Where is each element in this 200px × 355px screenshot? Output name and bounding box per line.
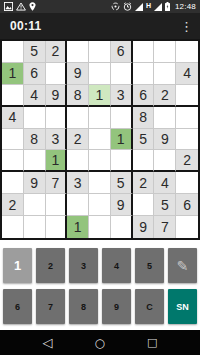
cell-r6c1[interactable]: 9 <box>24 172 46 194</box>
cell-r5c3[interactable] <box>67 150 89 172</box>
warning-icon <box>16 2 26 11</box>
cell-r1c4[interactable] <box>89 63 111 85</box>
cell-r1c2[interactable] <box>46 63 68 85</box>
cell-r1c6[interactable] <box>133 63 155 85</box>
cell-r5c0[interactable] <box>2 150 24 172</box>
cell-r0c6[interactable] <box>133 41 155 63</box>
cell-r5c8[interactable]: 2 <box>176 150 198 172</box>
back-icon[interactable]: ◁ <box>43 336 53 349</box>
keypad-row-1: 12345✎ <box>3 248 197 283</box>
cell-r6c5[interactable]: 5 <box>111 172 133 194</box>
cell-r7c8[interactable]: 6 <box>176 194 198 216</box>
cell-r6c4[interactable] <box>89 172 111 194</box>
cell-r4c1[interactable]: 8 <box>24 129 46 151</box>
cell-r7c4[interactable] <box>89 194 111 216</box>
cell-r2c5[interactable]: 3 <box>111 85 133 107</box>
cell-r5c6[interactable] <box>133 150 155 172</box>
number-keypad: 12345✎ 6789CSN <box>0 240 200 324</box>
cell-r5c4[interactable] <box>89 150 111 172</box>
signal-icon <box>135 3 143 11</box>
cell-r4c5[interactable]: 1 <box>111 129 133 151</box>
cell-r0c8[interactable] <box>176 41 198 63</box>
cell-r1c0[interactable]: 1 <box>2 63 24 85</box>
cell-r8c2[interactable] <box>46 216 68 238</box>
cell-r3c1[interactable] <box>24 107 46 129</box>
cell-r7c1[interactable] <box>24 194 46 216</box>
cell-r7c0[interactable]: 2 <box>2 194 24 216</box>
overflow-menu-icon[interactable]: ⋮ <box>180 20 193 33</box>
key-7[interactable]: 7 <box>36 289 65 324</box>
sudoku-board: 5261694498136248832159129735242956197 <box>0 39 200 240</box>
cell-r2c7[interactable]: 2 <box>154 85 176 107</box>
cell-r7c6[interactable] <box>133 194 155 216</box>
cell-r1c3[interactable]: 9 <box>67 63 89 85</box>
cell-r5c2[interactable]: 1 <box>46 150 68 172</box>
cell-r7c2[interactable] <box>46 194 68 216</box>
cell-r6c7[interactable]: 4 <box>154 172 176 194</box>
cell-r4c0[interactable] <box>2 129 24 151</box>
cell-r2c3[interactable]: 8 <box>67 85 89 107</box>
key-6[interactable]: 6 <box>3 289 32 324</box>
cell-r3c8[interactable] <box>176 107 198 129</box>
cell-r2c1[interactable]: 4 <box>24 85 46 107</box>
game-timer: 00:11 <box>10 19 42 33</box>
cell-r2c6[interactable]: 6 <box>133 85 155 107</box>
cell-r8c7[interactable]: 7 <box>154 216 176 238</box>
network-type-label: H <box>146 2 151 9</box>
keypad-row-2: 6789CSN <box>3 289 197 324</box>
cell-r5c7[interactable] <box>154 150 176 172</box>
cell-r1c5[interactable] <box>111 63 133 85</box>
home-icon[interactable]: ○ <box>95 337 105 349</box>
cell-r0c2[interactable]: 2 <box>46 41 68 63</box>
pin-icon <box>29 2 36 11</box>
cell-r1c8[interactable]: 4 <box>176 63 198 85</box>
key-2[interactable]: 2 <box>36 248 65 283</box>
key-5[interactable]: 5 <box>135 248 164 283</box>
cell-r0c7[interactable] <box>154 41 176 63</box>
cell-r3c3[interactable] <box>67 107 89 129</box>
app-bar: 00:11 ⋮ <box>0 13 200 39</box>
cell-r6c0[interactable] <box>2 172 24 194</box>
cell-r1c1[interactable]: 6 <box>24 63 46 85</box>
key-1[interactable]: 1 <box>3 248 32 283</box>
cell-r0c5[interactable]: 6 <box>111 41 133 63</box>
status-bar-right: H 12:48 <box>111 2 196 11</box>
cell-r1c7[interactable] <box>154 63 176 85</box>
cell-r4c4[interactable] <box>89 129 111 151</box>
cell-r8c0[interactable] <box>2 216 24 238</box>
key-8[interactable]: 8 <box>69 289 98 324</box>
cell-r8c4[interactable] <box>89 216 111 238</box>
data-saver-icon <box>111 2 120 11</box>
clock-text: 12:48 <box>175 2 196 11</box>
cell-r3c2[interactable] <box>46 107 68 129</box>
cell-r3c0[interactable]: 4 <box>2 107 24 129</box>
cell-r6c6[interactable]: 2 <box>133 172 155 194</box>
alarm-icon <box>123 2 132 11</box>
cell-r4c6[interactable]: 5 <box>133 129 155 151</box>
cell-r2c4[interactable]: 1 <box>89 85 111 107</box>
cell-r5c5[interactable] <box>111 150 133 172</box>
cell-r7c5[interactable]: 9 <box>111 194 133 216</box>
key-9[interactable]: 9 <box>102 289 131 324</box>
cell-r6c3[interactable]: 3 <box>67 172 89 194</box>
cell-r0c3[interactable] <box>67 41 89 63</box>
cell-r8c6[interactable]: 9 <box>133 216 155 238</box>
cell-r5c1[interactable] <box>24 150 46 172</box>
cell-r0c0[interactable] <box>2 41 24 63</box>
cell-r4c8[interactable] <box>176 129 198 151</box>
cell-r2c2[interactable]: 9 <box>46 85 68 107</box>
cell-r6c8[interactable] <box>176 172 198 194</box>
cell-r3c4[interactable] <box>89 107 111 129</box>
cell-r3c5[interactable] <box>111 107 133 129</box>
cell-r8c1[interactable] <box>24 216 46 238</box>
key-3[interactable]: 3 <box>69 248 98 283</box>
cell-r3c6[interactable]: 8 <box>133 107 155 129</box>
battery-icon <box>165 2 170 11</box>
cell-r8c3[interactable]: 1 <box>67 216 89 238</box>
key-4[interactable]: 4 <box>102 248 131 283</box>
cell-r4c7[interactable]: 9 <box>154 129 176 151</box>
cell-r2c8[interactable] <box>176 85 198 107</box>
cell-r8c5[interactable] <box>111 216 133 238</box>
signal-icon <box>154 3 162 11</box>
cell-r6c2[interactable]: 7 <box>46 172 68 194</box>
cell-r8c8[interactable] <box>176 216 198 238</box>
sn-button[interactable]: SN <box>168 289 197 324</box>
key-clear[interactable]: C <box>135 289 164 324</box>
cell-r0c4[interactable] <box>89 41 111 63</box>
cell-r3c7[interactable] <box>154 107 176 129</box>
cell-r0c1[interactable]: 5 <box>24 41 46 63</box>
status-bar-left <box>4 2 36 11</box>
pencil-button[interactable]: ✎ <box>168 248 197 283</box>
cell-r4c2[interactable]: 3 <box>46 129 68 151</box>
cell-r4c3[interactable]: 2 <box>67 129 89 151</box>
recents-icon[interactable]: □ <box>147 337 157 348</box>
cell-r7c3[interactable] <box>67 194 89 216</box>
image-icon <box>4 2 13 11</box>
cell-r2c0[interactable] <box>2 85 24 107</box>
cell-r7c7[interactable]: 5 <box>154 194 176 216</box>
status-bar: H 12:48 <box>0 0 200 13</box>
android-nav-bar: ◁ ○ □ <box>0 330 200 355</box>
